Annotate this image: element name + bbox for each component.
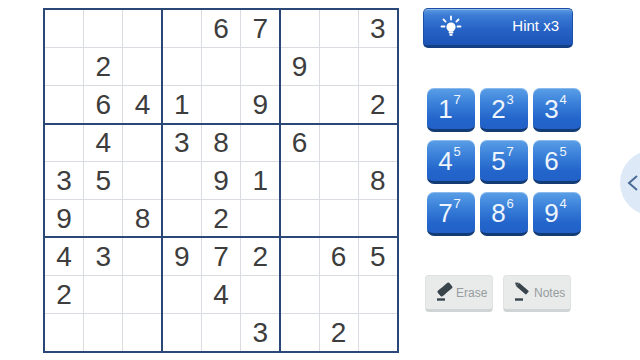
box-divider-horizontal-1: [45, 123, 397, 125]
sudoku-cell-r4c5[interactable]: 8: [202, 124, 240, 161]
sudoku-cell-r7c3[interactable]: [123, 238, 161, 275]
sudoku-cell-r8c2[interactable]: [84, 276, 122, 313]
numpad-button-1[interactable]: 17: [427, 88, 475, 132]
sudoku-cell-r7c4[interactable]: 9: [163, 238, 201, 275]
sudoku-cell-r3c5[interactable]: [202, 86, 240, 123]
sudoku-board: 673296419243863591898243972652432: [43, 8, 399, 353]
sudoku-cell-r2c9[interactable]: [359, 48, 397, 85]
numpad-digit: 4: [438, 148, 452, 174]
notes-button[interactable]: Notes: [503, 275, 571, 312]
sudoku-cell-r7c2[interactable]: 3: [84, 238, 122, 275]
sudoku-cell-r2c6[interactable]: [241, 48, 279, 85]
sudoku-cell-r9c5[interactable]: [202, 314, 240, 351]
numpad-digit: 2: [491, 96, 505, 122]
sudoku-cell-r1c9[interactable]: 3: [359, 10, 397, 47]
erase-button[interactable]: Erase: [425, 275, 493, 312]
sudoku-cell-r3c6[interactable]: 9: [241, 86, 279, 123]
numpad-button-8[interactable]: 86: [480, 192, 528, 236]
sudoku-cell-r3c3[interactable]: 4: [123, 86, 161, 123]
sudoku-cell-r5c9[interactable]: 8: [359, 162, 397, 199]
sudoku-cell-r7c1[interactable]: 4: [45, 238, 83, 275]
sudoku-cell-r6c6[interactable]: [241, 200, 279, 237]
numpad-digit: 7: [438, 200, 452, 226]
numpad-remaining-count: 7: [507, 145, 514, 158]
sudoku-cell-r9c2[interactable]: [84, 314, 122, 351]
sudoku-cell-r9c9[interactable]: [359, 314, 397, 351]
erase-label: Erase: [456, 286, 487, 300]
sudoku-cell-r5c2[interactable]: 5: [84, 162, 122, 199]
box-divider-vertical-2: [279, 10, 281, 351]
box-divider-horizontal-2: [45, 236, 397, 238]
sudoku-cell-r2c5[interactable]: [202, 48, 240, 85]
numpad-button-7[interactable]: 77: [427, 192, 475, 236]
sudoku-cell-r9c7[interactable]: [280, 314, 318, 351]
numpad-button-5[interactable]: 57: [480, 140, 528, 184]
sudoku-cell-r8c1[interactable]: 2: [45, 276, 83, 313]
numpad-remaining-count: 5: [454, 145, 461, 158]
sudoku-board-grid: 673296419243863591898243972652432: [45, 10, 397, 351]
sudoku-cell-r2c7[interactable]: 9: [280, 48, 318, 85]
sudoku-cell-r3c1[interactable]: [45, 86, 83, 123]
sudoku-cell-r8c4[interactable]: [163, 276, 201, 313]
numpad-button-6[interactable]: 65: [533, 140, 581, 184]
sudoku-cell-r5c6[interactable]: 1: [241, 162, 279, 199]
sudoku-cell-r2c2[interactable]: 2: [84, 48, 122, 85]
numpad-button-9[interactable]: 94: [533, 192, 581, 236]
pencil-icon: [512, 281, 534, 305]
sudoku-cell-r9c8[interactable]: 2: [320, 314, 358, 351]
box-divider-vertical-1: [161, 10, 163, 351]
sudoku-cell-r8c3[interactable]: [123, 276, 161, 313]
sudoku-cell-r2c1[interactable]: [45, 48, 83, 85]
sudoku-cell-r6c3[interactable]: 8: [123, 200, 161, 237]
sudoku-cell-r5c7[interactable]: [280, 162, 318, 199]
sudoku-cell-r7c6[interactable]: 2: [241, 238, 279, 275]
sudoku-cell-r9c6[interactable]: 3: [241, 314, 279, 351]
sudoku-cell-r1c7[interactable]: [280, 10, 318, 47]
sudoku-cell-r8c6[interactable]: [241, 276, 279, 313]
sudoku-cell-r9c3[interactable]: [123, 314, 161, 351]
sudoku-cell-r2c8[interactable]: [320, 48, 358, 85]
sudoku-cell-r1c4[interactable]: [163, 10, 201, 47]
sudoku-cell-r8c5[interactable]: 4: [202, 276, 240, 313]
sudoku-cell-r9c1[interactable]: [45, 314, 83, 351]
sudoku-cell-r3c9[interactable]: 2: [359, 86, 397, 123]
sudoku-cell-r3c7[interactable]: [280, 86, 318, 123]
chevron-left-icon: [625, 173, 640, 193]
sudoku-cell-r6c1[interactable]: 9: [45, 200, 83, 237]
numpad-digit: 5: [491, 148, 505, 174]
numpad-button-3[interactable]: 34: [533, 88, 581, 132]
sudoku-cell-r6c4[interactable]: [163, 200, 201, 237]
eraser-icon: [434, 281, 456, 305]
sudoku-cell-r1c2[interactable]: [84, 10, 122, 47]
sudoku-cell-r4c7[interactable]: 6: [280, 124, 318, 161]
numpad-digit: 1: [438, 96, 452, 122]
sudoku-cell-r1c8[interactable]: [320, 10, 358, 47]
sudoku-cell-r3c8[interactable]: [320, 86, 358, 123]
sudoku-cell-r1c6[interactable]: 7: [241, 10, 279, 47]
numpad: 172334455765778694: [427, 88, 581, 236]
sudoku-cell-r8c9[interactable]: [359, 276, 397, 313]
sudoku-cell-r5c5[interactable]: 9: [202, 162, 240, 199]
sudoku-cell-r4c8[interactable]: [320, 124, 358, 161]
sudoku-cell-r1c3[interactable]: [123, 10, 161, 47]
sudoku-cell-r3c4[interactable]: 1: [163, 86, 201, 123]
notes-label: Notes: [534, 286, 565, 300]
lightbulb-icon: [438, 15, 464, 45]
sudoku-cell-r2c4[interactable]: [163, 48, 201, 85]
tool-buttons: Erase Notes: [425, 275, 571, 312]
sudoku-cell-r4c6[interactable]: [241, 124, 279, 161]
hint-button[interactable]: Hint x3: [423, 8, 573, 48]
numpad-digit: 9: [544, 200, 558, 226]
numpad-digit: 8: [491, 200, 505, 226]
sudoku-cell-r5c1[interactable]: 3: [45, 162, 83, 199]
sudoku-cell-r4c1[interactable]: [45, 124, 83, 161]
numpad-remaining-count: 6: [507, 197, 514, 210]
sudoku-cell-r9c4[interactable]: [163, 314, 201, 351]
numpad-button-2[interactable]: 23: [480, 88, 528, 132]
sudoku-cell-r7c7[interactable]: [280, 238, 318, 275]
numpad-remaining-count: 7: [454, 197, 461, 210]
numpad-button-4[interactable]: 45: [427, 140, 475, 184]
numpad-digit: 6: [544, 148, 558, 174]
sudoku-cell-r5c3[interactable]: [123, 162, 161, 199]
sudoku-cell-r3c2[interactable]: 6: [84, 86, 122, 123]
collapse-panel-button[interactable]: [620, 150, 640, 216]
sudoku-cell-r6c7[interactable]: [280, 200, 318, 237]
numpad-remaining-count: 5: [560, 145, 567, 158]
sudoku-cell-r7c8[interactable]: 6: [320, 238, 358, 275]
sudoku-cell-r7c5[interactable]: 7: [202, 238, 240, 275]
hint-label: Hint x3: [512, 17, 559, 34]
numpad-remaining-count: 3: [507, 93, 514, 106]
sudoku-cell-r1c5[interactable]: 6: [202, 10, 240, 47]
sudoku-cell-r6c5[interactable]: 2: [202, 200, 240, 237]
numpad-remaining-count: 4: [560, 197, 567, 210]
sudoku-app: 673296419243863591898243972652432 Hint x…: [0, 0, 640, 360]
sudoku-cell-r7c9[interactable]: 5: [359, 238, 397, 275]
sudoku-cell-r4c3[interactable]: [123, 124, 161, 161]
sudoku-cell-r5c8[interactable]: [320, 162, 358, 199]
sudoku-cell-r8c7[interactable]: [280, 276, 318, 313]
sudoku-cell-r4c4[interactable]: 3: [163, 124, 201, 161]
sudoku-cell-r5c4[interactable]: [163, 162, 201, 199]
numpad-remaining-count: 4: [560, 93, 567, 106]
sudoku-cell-r1c1[interactable]: [45, 10, 83, 47]
numpad-remaining-count: 7: [454, 93, 461, 106]
sudoku-cell-r4c9[interactable]: [359, 124, 397, 161]
sudoku-cell-r8c8[interactable]: [320, 276, 358, 313]
sudoku-cell-r4c2[interactable]: 4: [84, 124, 122, 161]
sudoku-cell-r6c8[interactable]: [320, 200, 358, 237]
numpad-digit: 3: [544, 96, 558, 122]
sudoku-cell-r2c3[interactable]: [123, 48, 161, 85]
sudoku-cell-r6c2[interactable]: [84, 200, 122, 237]
sudoku-cell-r6c9[interactable]: [359, 200, 397, 237]
